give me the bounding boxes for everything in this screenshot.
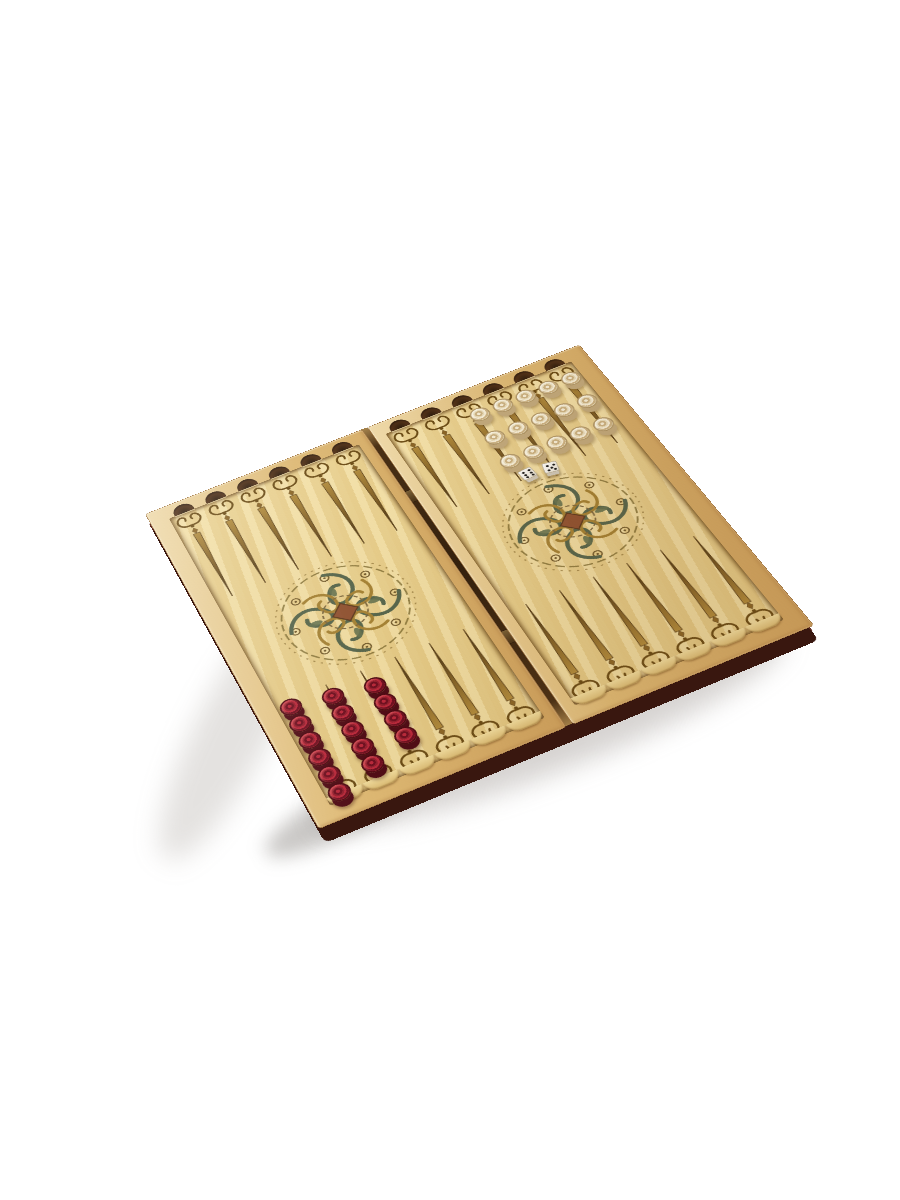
die[interactable]: [541, 460, 560, 473]
die-pip: [552, 463, 556, 466]
die-pip: [525, 476, 529, 479]
checker-white[interactable]: [489, 396, 516, 415]
checker-white[interactable]: [550, 401, 578, 420]
checker-white[interactable]: [504, 419, 532, 438]
checker-white[interactable]: [573, 392, 601, 411]
checker-white[interactable]: [557, 369, 585, 388]
checker-white[interactable]: [534, 378, 562, 397]
checker-white[interactable]: [542, 433, 570, 452]
checker-white[interactable]: [496, 451, 524, 471]
checker-white[interactable]: [527, 410, 555, 429]
checker-white[interactable]: [481, 428, 509, 447]
checker-white[interactable]: [512, 387, 539, 406]
die-pip: [531, 473, 535, 476]
checker-white[interactable]: [519, 442, 547, 462]
checker-white[interactable]: [566, 424, 594, 443]
die-pip: [545, 465, 549, 468]
die-pip: [553, 468, 557, 471]
checker-white[interactable]: [466, 405, 493, 424]
die-pip: [547, 469, 551, 472]
die[interactable]: [516, 466, 537, 481]
product-photo-scene: [0, 0, 900, 1200]
checker-white[interactable]: [589, 415, 617, 434]
